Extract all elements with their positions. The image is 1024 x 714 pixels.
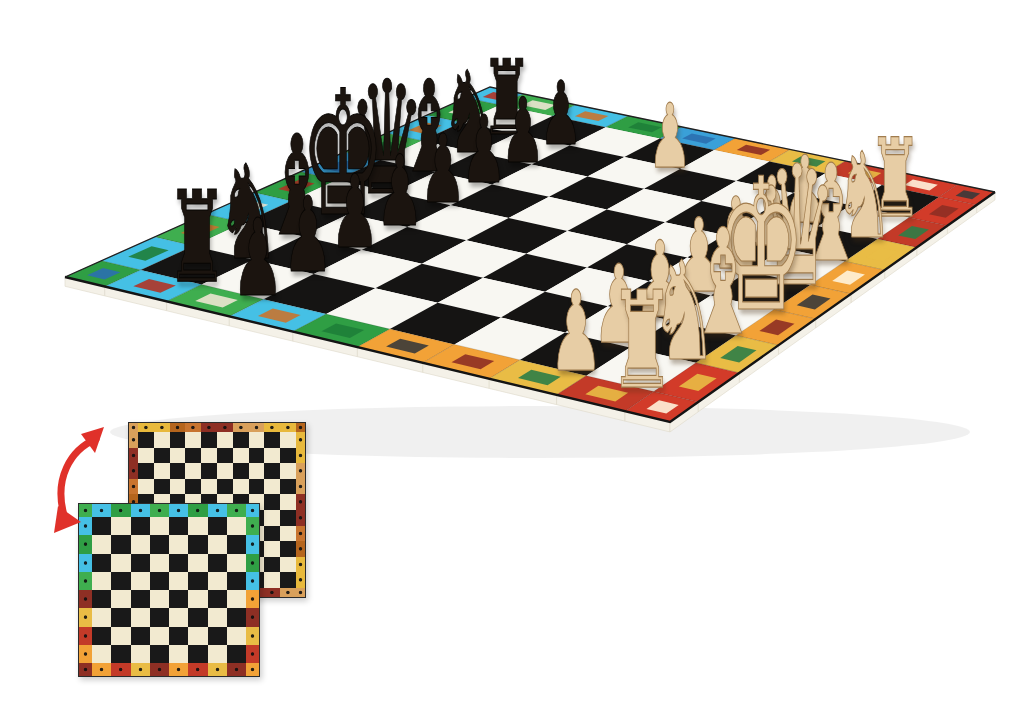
inset-square bbox=[233, 448, 249, 464]
inset-border-tile bbox=[208, 663, 227, 676]
inset-border-tile bbox=[138, 423, 154, 432]
inset-border-tile bbox=[296, 526, 305, 542]
inset-border-tile bbox=[296, 448, 305, 464]
inset-border-tile bbox=[92, 663, 111, 676]
inset-square bbox=[249, 448, 265, 464]
inset-border-tile bbox=[150, 663, 169, 676]
inset-square bbox=[233, 432, 249, 448]
inset-square bbox=[208, 572, 227, 590]
flip-arrow-icon bbox=[40, 423, 112, 535]
inset-border-tile bbox=[296, 557, 305, 573]
product-photo-stage: ♜♟♞♟♟♝♟♛♟♚♜♟♟♝♞♟♟♞♝♟♟♜♛♟♟♚♟♝♟♞♟♜ bbox=[0, 0, 1024, 714]
inset-border-tile bbox=[79, 645, 92, 663]
inset-border-tile bbox=[296, 479, 305, 495]
inset-border-tile bbox=[296, 423, 305, 432]
inset-square bbox=[111, 627, 130, 645]
inset-square bbox=[138, 479, 154, 495]
inset-square bbox=[201, 463, 217, 479]
inset-square bbox=[111, 535, 130, 553]
inset-border-tile bbox=[264, 423, 280, 432]
inset-square bbox=[92, 608, 111, 626]
inset-border-tile bbox=[79, 535, 92, 553]
inset-square bbox=[264, 572, 280, 588]
inset-square bbox=[111, 554, 130, 572]
inset-square bbox=[138, 463, 154, 479]
inset-border-tile bbox=[169, 663, 188, 676]
inset-square bbox=[227, 572, 246, 590]
inset-square bbox=[131, 535, 150, 553]
inset-border-tile bbox=[170, 423, 186, 432]
inset-square bbox=[208, 627, 227, 645]
inset-border-tile bbox=[79, 554, 92, 572]
inset-square bbox=[138, 432, 154, 448]
inset-border-tile bbox=[246, 517, 259, 535]
inset-square bbox=[249, 432, 265, 448]
inset-border-tile bbox=[111, 504, 130, 517]
inset-square bbox=[208, 645, 227, 663]
inset-border-tile bbox=[79, 590, 92, 608]
inset-square bbox=[280, 557, 296, 573]
inset-square bbox=[280, 526, 296, 542]
inset-square bbox=[227, 535, 246, 553]
inset-square bbox=[201, 448, 217, 464]
inset-square bbox=[280, 448, 296, 464]
inset-square bbox=[170, 479, 186, 495]
inset-border-tile bbox=[129, 463, 138, 479]
inset-border-tile bbox=[227, 504, 246, 517]
inset-square bbox=[227, 554, 246, 572]
inset-border-tile bbox=[129, 423, 138, 432]
inset-square bbox=[92, 554, 111, 572]
inset-square bbox=[249, 479, 265, 495]
inset-square bbox=[169, 554, 188, 572]
inset-square bbox=[264, 432, 280, 448]
inset-square bbox=[217, 432, 233, 448]
inset-square bbox=[208, 554, 227, 572]
inset-square bbox=[188, 608, 207, 626]
inset-square bbox=[154, 479, 170, 495]
inset-square bbox=[169, 645, 188, 663]
inset-square bbox=[188, 645, 207, 663]
inset-square bbox=[208, 517, 227, 535]
inset-square bbox=[92, 535, 111, 553]
inset-square bbox=[280, 463, 296, 479]
inset-square bbox=[280, 572, 296, 588]
inset-square bbox=[111, 517, 130, 535]
inset-square bbox=[227, 608, 246, 626]
inset-border-tile bbox=[227, 663, 246, 676]
inset-square bbox=[227, 517, 246, 535]
inset-square bbox=[154, 463, 170, 479]
inset-square bbox=[169, 608, 188, 626]
inset-border-tile bbox=[131, 504, 150, 517]
inset-square bbox=[111, 608, 130, 626]
inset-square bbox=[188, 554, 207, 572]
inset-border-tile bbox=[246, 590, 259, 608]
inset-square bbox=[208, 608, 227, 626]
inset-square bbox=[264, 479, 280, 495]
inset-square bbox=[131, 590, 150, 608]
inset-square bbox=[154, 448, 170, 464]
inset-border-tile bbox=[169, 504, 188, 517]
inset-border-tile bbox=[79, 572, 92, 590]
flip-arrow-curve bbox=[61, 439, 96, 515]
inset-square bbox=[92, 645, 111, 663]
inset-border-tile bbox=[280, 588, 296, 597]
inset-border-tile bbox=[296, 494, 305, 510]
inset-border-tile bbox=[129, 448, 138, 464]
inset-border-tile bbox=[217, 423, 233, 432]
inset-square bbox=[264, 557, 280, 573]
inset-border-tile bbox=[264, 588, 280, 597]
inset-square bbox=[150, 645, 169, 663]
inset-border-tile bbox=[131, 663, 150, 676]
inset-border-tile bbox=[185, 423, 201, 432]
inset-square bbox=[170, 432, 186, 448]
inset-square bbox=[280, 479, 296, 495]
inset-square bbox=[249, 463, 265, 479]
inset-border-tile bbox=[246, 504, 259, 517]
inset-square bbox=[185, 463, 201, 479]
inset-square bbox=[150, 554, 169, 572]
inset-square bbox=[217, 448, 233, 464]
inset-square bbox=[227, 645, 246, 663]
inset-square bbox=[131, 645, 150, 663]
inset-border-tile bbox=[188, 504, 207, 517]
inset-square bbox=[169, 535, 188, 553]
inset-square bbox=[188, 535, 207, 553]
inset-square bbox=[208, 590, 227, 608]
inset-square bbox=[111, 645, 130, 663]
inset-border-tile bbox=[150, 504, 169, 517]
inset-square bbox=[185, 432, 201, 448]
inset-border-tile bbox=[296, 510, 305, 526]
inset-border-tile bbox=[246, 663, 259, 676]
inset-square bbox=[150, 590, 169, 608]
inset-square bbox=[169, 590, 188, 608]
inset-square bbox=[92, 627, 111, 645]
inset-square bbox=[170, 463, 186, 479]
inset-square bbox=[138, 448, 154, 464]
inset-square bbox=[264, 541, 280, 557]
inset-border-tile bbox=[129, 432, 138, 448]
inset-square bbox=[280, 541, 296, 557]
inset-square bbox=[150, 572, 169, 590]
inset-square bbox=[169, 627, 188, 645]
inset-square bbox=[170, 448, 186, 464]
inset-border-tile bbox=[246, 627, 259, 645]
inset-square bbox=[217, 479, 233, 495]
inset-square bbox=[185, 448, 201, 464]
inset-square bbox=[92, 572, 111, 590]
inset-square bbox=[188, 517, 207, 535]
inset-square bbox=[280, 494, 296, 510]
inset-border-tile bbox=[246, 608, 259, 626]
inset-square bbox=[131, 627, 150, 645]
inset-square bbox=[201, 479, 217, 495]
inset-square bbox=[233, 479, 249, 495]
inset-border-tile bbox=[296, 463, 305, 479]
inset-square bbox=[280, 432, 296, 448]
inset-border-tile bbox=[296, 588, 305, 597]
inset-border-tile bbox=[129, 479, 138, 495]
inset-border-tile bbox=[208, 504, 227, 517]
inset-border-tile bbox=[280, 423, 296, 432]
inset-border-tile bbox=[154, 423, 170, 432]
inset-border-tile bbox=[246, 572, 259, 590]
inset-square bbox=[227, 590, 246, 608]
inset-square bbox=[154, 432, 170, 448]
inset-square bbox=[264, 526, 280, 542]
inset-square bbox=[92, 590, 111, 608]
inset-border-tile bbox=[296, 572, 305, 588]
inset-border-tile bbox=[201, 423, 217, 432]
inset-square bbox=[150, 535, 169, 553]
inset-square bbox=[169, 572, 188, 590]
flip-arrow-head-bottom bbox=[54, 506, 81, 533]
inset-border-tile bbox=[233, 423, 249, 432]
inset-square bbox=[188, 590, 207, 608]
inset-border-tile bbox=[246, 645, 259, 663]
inset-square bbox=[201, 432, 217, 448]
inset-border-tile bbox=[79, 608, 92, 626]
inset-border-tile bbox=[188, 663, 207, 676]
inset-square bbox=[150, 517, 169, 535]
inset-square bbox=[188, 627, 207, 645]
inset-border-tile bbox=[111, 663, 130, 676]
inset-square bbox=[217, 463, 233, 479]
inset-square bbox=[111, 590, 130, 608]
inset-square bbox=[264, 448, 280, 464]
inset-square bbox=[264, 510, 280, 526]
inset-square bbox=[131, 572, 150, 590]
inset-border-tile bbox=[79, 663, 92, 676]
inset-border-tile bbox=[296, 541, 305, 557]
inset-square bbox=[131, 517, 150, 535]
inset-square bbox=[111, 572, 130, 590]
inset-border-tile bbox=[296, 432, 305, 448]
inset-square bbox=[131, 608, 150, 626]
inset-square bbox=[280, 510, 296, 526]
inset-square bbox=[150, 627, 169, 645]
inset-border-tile bbox=[249, 423, 265, 432]
inset-square bbox=[208, 535, 227, 553]
inset-square bbox=[131, 554, 150, 572]
inset-square bbox=[169, 517, 188, 535]
inset-square bbox=[188, 572, 207, 590]
inset-border-tile bbox=[246, 554, 259, 572]
inset-border-tile bbox=[79, 627, 92, 645]
inset-square bbox=[233, 463, 249, 479]
inset-square bbox=[185, 479, 201, 495]
inset-square bbox=[227, 627, 246, 645]
inset-square bbox=[264, 494, 280, 510]
inset-square bbox=[264, 463, 280, 479]
inset-square bbox=[150, 608, 169, 626]
inset-border-tile bbox=[246, 535, 259, 553]
